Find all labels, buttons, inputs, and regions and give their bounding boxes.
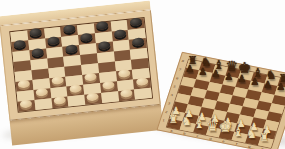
checkers-square xyxy=(51,97,69,109)
checkers-square xyxy=(68,95,86,107)
rank-number: 3 xyxy=(167,101,171,105)
rank-number: 4 xyxy=(170,93,174,97)
dark-checker xyxy=(80,33,93,42)
dark-checker xyxy=(131,37,144,46)
dark-checker xyxy=(114,29,127,38)
checkers-square xyxy=(134,88,152,100)
dark-checker xyxy=(31,48,44,57)
light-checker xyxy=(36,88,49,97)
light-checker xyxy=(53,96,66,105)
rank-number: 5 xyxy=(173,85,177,89)
dark-checker xyxy=(129,17,142,26)
dark-checker xyxy=(29,28,42,37)
checkers-board xyxy=(9,17,153,113)
light-checker xyxy=(135,77,148,86)
checkers-square xyxy=(118,90,136,102)
checkers-board-frame xyxy=(0,10,161,119)
dark-checker xyxy=(96,21,109,30)
checkers-square xyxy=(34,98,52,110)
light-checker xyxy=(18,79,31,88)
rank-number: 6 xyxy=(176,76,180,80)
checkers-square xyxy=(18,100,36,112)
light-checker xyxy=(20,99,33,108)
light-checker xyxy=(120,89,133,98)
dark-checker xyxy=(65,44,78,53)
dark-checker xyxy=(14,40,27,49)
product-photo: abcdefgh 87654321 ♜♞♝♛♚♝♞♜♟♟♟♟♟♟♟♟♟♟♟♟♟♟… xyxy=(0,0,285,149)
light-checker xyxy=(87,92,100,101)
light-checker xyxy=(118,69,131,78)
checkers-box xyxy=(0,0,163,145)
dark-checker xyxy=(47,36,60,45)
dark-pawn: ♟ xyxy=(273,82,285,92)
light-checker xyxy=(51,76,64,85)
checkers-square xyxy=(101,91,119,103)
checkers-square xyxy=(84,93,102,105)
light-checker xyxy=(84,72,97,81)
light-checker xyxy=(102,81,115,90)
dark-checker xyxy=(98,41,111,50)
light-checker xyxy=(69,84,82,93)
dark-checker xyxy=(63,24,76,33)
light-rook: ♜ xyxy=(256,132,272,143)
